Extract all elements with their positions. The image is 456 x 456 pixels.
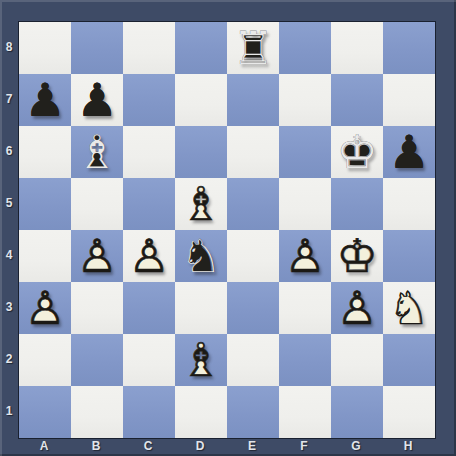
piece-glyph-outline: ♙ bbox=[19, 282, 71, 334]
square-c1[interactable] bbox=[123, 386, 175, 438]
square-f5[interactable] bbox=[279, 178, 331, 230]
rank-label-8: 8 bbox=[0, 21, 18, 73]
square-f8[interactable] bbox=[279, 22, 331, 74]
square-d7[interactable] bbox=[175, 74, 227, 126]
square-d6[interactable] bbox=[175, 126, 227, 178]
piece-black-king[interactable]: ♚♔ bbox=[331, 126, 383, 178]
square-a5[interactable] bbox=[19, 178, 71, 230]
square-b1[interactable] bbox=[71, 386, 123, 438]
square-b6[interactable]: ♝♗ bbox=[71, 126, 123, 178]
square-f4[interactable]: ♟♙ bbox=[279, 230, 331, 282]
piece-black-knight[interactable]: ♞♘ bbox=[175, 230, 227, 282]
square-c3[interactable] bbox=[123, 282, 175, 334]
piece-glyph-outline: ♙ bbox=[71, 74, 123, 126]
square-a6[interactable] bbox=[19, 126, 71, 178]
file-label-a: A bbox=[18, 438, 70, 456]
square-a2[interactable] bbox=[19, 334, 71, 386]
square-e2[interactable] bbox=[227, 334, 279, 386]
piece-black-pawn[interactable]: ♟♙ bbox=[19, 74, 71, 126]
piece-glyph-outline: ♘ bbox=[175, 230, 227, 282]
square-e6[interactable] bbox=[227, 126, 279, 178]
piece-white-pawn[interactable]: ♟♙ bbox=[331, 282, 383, 334]
square-c4[interactable]: ♟♙ bbox=[123, 230, 175, 282]
rank-label-7: 7 bbox=[0, 73, 18, 125]
square-b4[interactable]: ♟♙ bbox=[71, 230, 123, 282]
piece-black-rook[interactable]: ♜♖ bbox=[227, 22, 279, 74]
square-h1[interactable] bbox=[383, 386, 435, 438]
square-d5[interactable]: ♝♗ bbox=[175, 178, 227, 230]
square-c2[interactable] bbox=[123, 334, 175, 386]
piece-black-pawn[interactable]: ♟♙ bbox=[383, 126, 435, 178]
file-label-c: C bbox=[122, 438, 174, 456]
piece-glyph-outline: ♙ bbox=[331, 282, 383, 334]
square-f2[interactable] bbox=[279, 334, 331, 386]
chess-board: ♜♖♟♙♟♙♝♗♚♔♟♙♝♗♟♙♟♙♞♘♟♙♚♔♟♙♟♙♞♘♝♗ bbox=[18, 21, 436, 439]
piece-glyph-outline: ♗ bbox=[175, 334, 227, 386]
square-b2[interactable] bbox=[71, 334, 123, 386]
file-label-b: B bbox=[70, 438, 122, 456]
rank-label-3: 3 bbox=[0, 281, 18, 333]
piece-glyph-outline: ♙ bbox=[279, 230, 331, 282]
piece-black-bishop[interactable]: ♝♗ bbox=[71, 126, 123, 178]
square-g7[interactable] bbox=[331, 74, 383, 126]
square-b8[interactable] bbox=[71, 22, 123, 74]
square-c5[interactable] bbox=[123, 178, 175, 230]
square-b3[interactable] bbox=[71, 282, 123, 334]
square-g2[interactable] bbox=[331, 334, 383, 386]
square-c7[interactable] bbox=[123, 74, 175, 126]
piece-glyph-outline: ♙ bbox=[71, 230, 123, 282]
square-g8[interactable] bbox=[331, 22, 383, 74]
rank-label-4: 4 bbox=[0, 229, 18, 281]
rank-label-5: 5 bbox=[0, 177, 18, 229]
file-label-g: G bbox=[330, 438, 382, 456]
file-label-e: E bbox=[226, 438, 278, 456]
file-label-h: H bbox=[382, 438, 434, 456]
piece-glyph-outline: ♖ bbox=[227, 22, 279, 74]
file-label-d: D bbox=[174, 438, 226, 456]
square-g1[interactable] bbox=[331, 386, 383, 438]
rank-label-6: 6 bbox=[0, 125, 18, 177]
piece-glyph-outline: ♗ bbox=[175, 178, 227, 230]
piece-white-bishop[interactable]: ♝♗ bbox=[175, 178, 227, 230]
square-h3[interactable]: ♞♘ bbox=[383, 282, 435, 334]
square-a3[interactable]: ♟♙ bbox=[19, 282, 71, 334]
piece-glyph-outline: ♔ bbox=[331, 230, 383, 282]
square-b7[interactable]: ♟♙ bbox=[71, 74, 123, 126]
square-h4[interactable] bbox=[383, 230, 435, 282]
piece-white-pawn[interactable]: ♟♙ bbox=[71, 230, 123, 282]
square-d3[interactable] bbox=[175, 282, 227, 334]
piece-glyph-outline: ♙ bbox=[383, 126, 435, 178]
square-d2[interactable]: ♝♗ bbox=[175, 334, 227, 386]
piece-glyph-outline: ♘ bbox=[383, 282, 435, 334]
square-f1[interactable] bbox=[279, 386, 331, 438]
square-a7[interactable]: ♟♙ bbox=[19, 74, 71, 126]
square-g6[interactable]: ♚♔ bbox=[331, 126, 383, 178]
square-c8[interactable] bbox=[123, 22, 175, 74]
piece-glyph-outline: ♙ bbox=[19, 74, 71, 126]
square-d8[interactable] bbox=[175, 22, 227, 74]
square-h7[interactable] bbox=[383, 74, 435, 126]
square-e7[interactable] bbox=[227, 74, 279, 126]
piece-glyph-outline: ♗ bbox=[71, 126, 123, 178]
piece-white-king[interactable]: ♚♔ bbox=[331, 230, 383, 282]
square-h8[interactable] bbox=[383, 22, 435, 74]
rank-label-2: 2 bbox=[0, 333, 18, 385]
square-g4[interactable]: ♚♔ bbox=[331, 230, 383, 282]
chess-board-frame: 87654321 ABCDEFGH ♜♖♟♙♟♙♝♗♚♔♟♙♝♗♟♙♟♙♞♘♟♙… bbox=[0, 0, 456, 456]
piece-white-pawn[interactable]: ♟♙ bbox=[19, 282, 71, 334]
square-e8[interactable]: ♜♖ bbox=[227, 22, 279, 74]
piece-white-knight[interactable]: ♞♘ bbox=[383, 282, 435, 334]
square-h2[interactable] bbox=[383, 334, 435, 386]
square-g5[interactable] bbox=[331, 178, 383, 230]
square-d1[interactable] bbox=[175, 386, 227, 438]
piece-white-pawn[interactable]: ♟♙ bbox=[279, 230, 331, 282]
square-e3[interactable] bbox=[227, 282, 279, 334]
piece-white-pawn[interactable]: ♟♙ bbox=[123, 230, 175, 282]
square-c6[interactable] bbox=[123, 126, 175, 178]
square-h5[interactable] bbox=[383, 178, 435, 230]
piece-black-pawn[interactable]: ♟♙ bbox=[71, 74, 123, 126]
square-f7[interactable] bbox=[279, 74, 331, 126]
square-h6[interactable]: ♟♙ bbox=[383, 126, 435, 178]
square-a8[interactable] bbox=[19, 22, 71, 74]
square-a1[interactable] bbox=[19, 386, 71, 438]
square-e4[interactable] bbox=[227, 230, 279, 282]
piece-glyph-outline: ♙ bbox=[123, 230, 175, 282]
square-e5[interactable] bbox=[227, 178, 279, 230]
piece-white-bishop[interactable]: ♝♗ bbox=[175, 334, 227, 386]
square-e1[interactable] bbox=[227, 386, 279, 438]
square-d4[interactable]: ♞♘ bbox=[175, 230, 227, 282]
square-b5[interactable] bbox=[71, 178, 123, 230]
rank-label-1: 1 bbox=[0, 385, 18, 437]
piece-glyph-outline: ♔ bbox=[331, 126, 383, 178]
square-f3[interactable] bbox=[279, 282, 331, 334]
square-a4[interactable] bbox=[19, 230, 71, 282]
square-f6[interactable] bbox=[279, 126, 331, 178]
file-label-f: F bbox=[278, 438, 330, 456]
square-g3[interactable]: ♟♙ bbox=[331, 282, 383, 334]
